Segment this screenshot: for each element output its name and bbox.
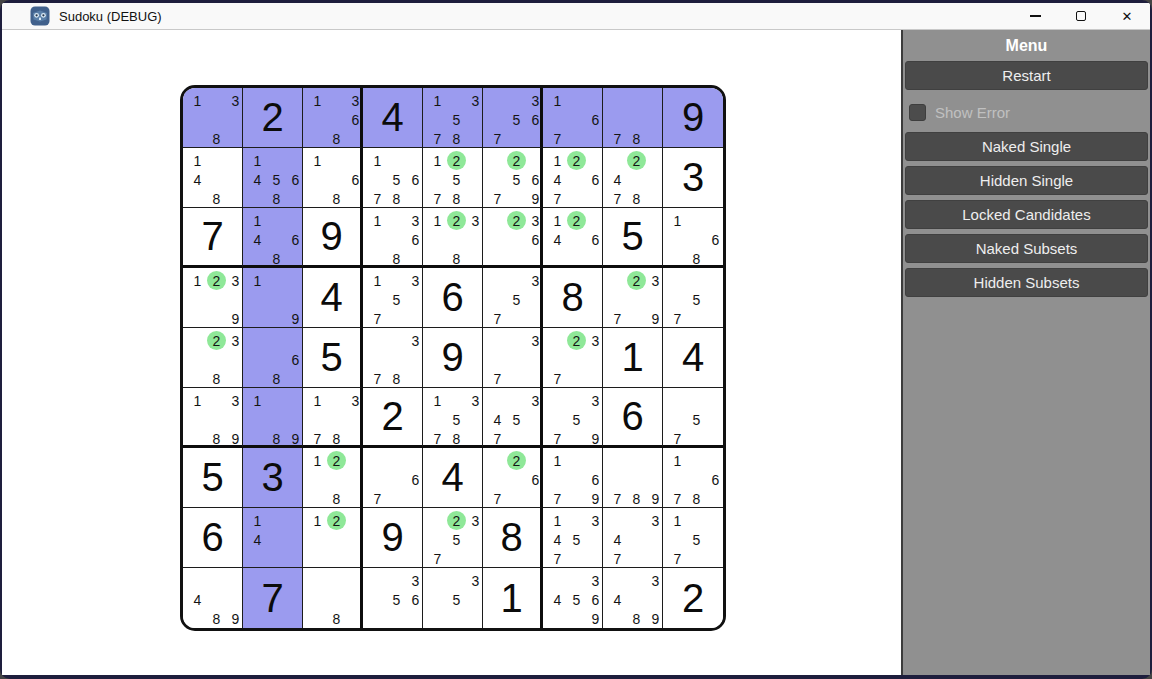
cell-r9c7[interactable]: 34569 [543, 568, 603, 628]
candidate-4: 4 [608, 530, 627, 549]
candidate-1: 1 [188, 391, 207, 410]
cell-r4c9[interactable]: 57 [663, 268, 723, 328]
cell-r7c5[interactable]: 4 [423, 448, 483, 508]
candidate-7 [248, 429, 267, 448]
cell-r5c6[interactable]: 37 [483, 328, 543, 388]
candidate-1: 1 [428, 211, 447, 230]
candidate-2 [327, 391, 346, 410]
candidate-5 [627, 590, 646, 609]
candidate-4 [608, 290, 627, 309]
cell-value: 4 [682, 337, 704, 377]
candidate-7: 7 [608, 309, 627, 328]
candidate-2 [567, 91, 586, 110]
cell-r1c2[interactable]: 2 [243, 88, 303, 148]
candidate-7 [188, 369, 207, 388]
candidate-7 [488, 249, 507, 268]
candidate-5 [327, 530, 346, 549]
cell-r2c4[interactable]: 15678 [363, 148, 423, 208]
cell-r6c8[interactable]: 6 [603, 388, 663, 448]
candidate-2: 2 [627, 271, 646, 290]
cell-r1c3[interactable]: 1368 [303, 88, 363, 148]
show-error-toggle[interactable]: Show Error [909, 99, 1150, 125]
cell-r4c5[interactable]: 6 [423, 268, 483, 328]
cell-r8c6[interactable]: 8 [483, 508, 543, 568]
candidate-7 [248, 549, 267, 568]
cell-r3c7[interactable]: 1246 [543, 208, 603, 268]
candidate-4: 4 [548, 170, 567, 189]
cell-r5c9[interactable]: 4 [663, 328, 723, 388]
godot-app-icon [30, 6, 50, 26]
candidate-3 [706, 391, 725, 410]
candidate-7 [368, 249, 387, 268]
candidate-4 [308, 410, 327, 429]
cell-r3c2[interactable]: 1468 [243, 208, 303, 268]
candidate-5 [267, 530, 286, 549]
candidate-5 [327, 590, 346, 609]
candidate-1: 1 [308, 451, 327, 470]
candidate-7: 7 [548, 489, 567, 508]
candidate-4: 4 [248, 230, 267, 249]
candidate-8: 8 [327, 129, 346, 148]
cell-r6c6[interactable]: 3457 [483, 388, 543, 448]
candidate-5 [387, 470, 406, 489]
candidate-2 [687, 211, 706, 230]
candidate-2: 2 [447, 151, 466, 170]
candidate-2 [687, 271, 706, 290]
cell-r1c5[interactable]: 13578 [423, 88, 483, 148]
candidate-4: 4 [248, 170, 267, 189]
naked-single-button[interactable]: Naked Single [905, 132, 1148, 161]
candidate-2 [387, 571, 406, 590]
cell-r1c9[interactable]: 9 [663, 88, 723, 148]
candidate-7 [248, 249, 267, 268]
cell-value: 1 [500, 578, 522, 618]
candidate-4 [488, 230, 507, 249]
candidate-8 [627, 549, 646, 568]
cell-r3c9[interactable]: 168 [663, 208, 723, 268]
candidate-5 [327, 110, 346, 129]
candidate-8: 8 [627, 129, 646, 148]
candidate-2 [387, 451, 406, 470]
candidate-1 [488, 151, 507, 170]
candidate-8: 8 [447, 189, 466, 208]
candidate-4 [608, 110, 627, 129]
candidate-5: 5 [387, 590, 406, 609]
candidate-1: 1 [248, 151, 267, 170]
candidate-8 [687, 429, 706, 448]
candidate-7: 7 [548, 549, 567, 568]
candidate-2 [327, 151, 346, 170]
candidate-1: 1 [188, 271, 207, 290]
candidate-8 [567, 129, 586, 148]
candidate-7: 7 [608, 489, 627, 508]
candidate-1: 1 [368, 151, 387, 170]
candidate-9 [706, 429, 725, 448]
candidate-7: 7 [368, 489, 387, 508]
cell-r1c8[interactable]: 78 [603, 88, 663, 148]
candidate-4 [428, 230, 447, 249]
candidate-2 [687, 451, 706, 470]
candidate-4 [428, 170, 447, 189]
candidate-1 [608, 511, 627, 530]
cell-r9c2[interactable]: 7 [243, 568, 303, 628]
candidate-2 [387, 211, 406, 230]
candidate-8: 8 [447, 429, 466, 448]
cell-r4c8[interactable]: 2379 [603, 268, 663, 328]
candidate-5: 5 [507, 410, 526, 429]
cell-r2c2[interactable]: 14568 [243, 148, 303, 208]
cell-r5c3[interactable]: 5 [303, 328, 363, 388]
candidate-8 [627, 309, 646, 328]
candidate-8: 8 [267, 249, 286, 268]
candidate-7: 7 [488, 489, 507, 508]
candidate-5: 5 [447, 590, 466, 609]
candidate-2 [627, 511, 646, 530]
candidate-8 [327, 549, 346, 568]
cell-r9c6[interactable]: 1 [483, 568, 543, 628]
candidate-5: 5 [447, 170, 466, 189]
candidate-8 [507, 489, 526, 508]
candidate-1: 1 [428, 151, 447, 170]
candidate-7: 7 [548, 369, 567, 388]
cell-r3c4[interactable]: 1368 [363, 208, 423, 268]
candidate-8 [507, 429, 526, 448]
cell-r2c3[interactable]: 168 [303, 148, 363, 208]
maximize-button[interactable] [1058, 3, 1104, 29]
candidate-1 [548, 391, 567, 410]
candidate-7: 7 [428, 549, 447, 568]
cell-r7c3[interactable]: 128 [303, 448, 363, 508]
candidate-1: 1 [248, 211, 267, 230]
cell-r9c8[interactable]: 3489 [603, 568, 663, 628]
candidate-7: 7 [428, 429, 447, 448]
candidate-7: 7 [668, 309, 687, 328]
cell-r9c5[interactable]: 35 [423, 568, 483, 628]
show-error-checkbox[interactable] [909, 104, 926, 121]
menu-title: Menu [903, 35, 1150, 57]
candidate-1 [608, 451, 627, 470]
candidate-4: 4 [608, 170, 627, 189]
candidate-3 [706, 211, 725, 230]
candidate-8 [507, 129, 526, 148]
candidate-1 [428, 511, 447, 530]
candidate-2 [207, 391, 226, 410]
candidate-8: 8 [267, 189, 286, 208]
cell-r2c7[interactable]: 12467 [543, 148, 603, 208]
candidate-1 [608, 271, 627, 290]
hidden-subsets-button[interactable]: Hidden Subsets [905, 268, 1148, 297]
candidate-2 [207, 151, 226, 170]
candidate-5: 5 [447, 110, 466, 129]
cell-r2c9[interactable]: 3 [663, 148, 723, 208]
cell-r8c2[interactable]: 14 [243, 508, 303, 568]
cell-value: 9 [320, 216, 342, 256]
candidate-1: 1 [548, 91, 567, 110]
candidate-4 [368, 170, 387, 189]
candidate-1 [548, 331, 567, 350]
candidate-8 [267, 549, 286, 568]
cell-value: 7 [201, 216, 223, 256]
candidate-7: 7 [488, 189, 507, 208]
cell-r5c8[interactable]: 1 [603, 328, 663, 388]
candidate-4 [188, 410, 207, 429]
close-button[interactable]: ✕ [1104, 3, 1150, 29]
candidate-4 [188, 110, 207, 129]
cell-r8c4[interactable]: 9 [363, 508, 423, 568]
candidate-5 [327, 410, 346, 429]
candidate-5 [627, 110, 646, 129]
candidate-6 [706, 290, 725, 309]
candidate-2: 2 [327, 511, 346, 530]
candidate-2 [267, 151, 286, 170]
cell-r5c1[interactable]: 238 [183, 328, 243, 388]
candidate-8 [507, 369, 526, 388]
candidate-4 [368, 230, 387, 249]
candidate-5 [627, 530, 646, 549]
candidate-8: 8 [327, 189, 346, 208]
candidate-8 [387, 609, 406, 628]
cell-value: 8 [500, 517, 522, 557]
cell-r3c3[interactable]: 9 [303, 208, 363, 268]
cell-r1c4[interactable]: 4 [363, 88, 423, 148]
candidate-1 [308, 571, 327, 590]
candidate-1 [608, 571, 627, 590]
candidate-5: 5 [447, 410, 466, 429]
cell-r7c4[interactable]: 67 [363, 448, 423, 508]
cell-r2c1[interactable]: 148 [183, 148, 243, 208]
candidate-1 [488, 211, 507, 230]
candidate-2 [207, 91, 226, 110]
candidate-8 [567, 489, 586, 508]
candidate-5 [387, 350, 406, 369]
candidate-8 [687, 309, 706, 328]
cell-r6c7[interactable]: 3579 [543, 388, 603, 448]
cell-r6c5[interactable]: 13578 [423, 388, 483, 448]
candidate-7: 7 [488, 429, 507, 448]
candidate-4 [368, 350, 387, 369]
cell-r3c6[interactable]: 236 [483, 208, 543, 268]
cell-r7c8[interactable]: 789 [603, 448, 663, 508]
cell-r3c8[interactable]: 5 [603, 208, 663, 268]
app-window: Sudoku (DEBUG) ✕ 13821368413578356716778… [0, 0, 1152, 679]
candidate-8 [567, 189, 586, 208]
candidate-7 [188, 429, 207, 448]
candidate-5 [207, 290, 226, 309]
candidate-8: 8 [627, 489, 646, 508]
candidate-8: 8 [207, 429, 226, 448]
close-icon: ✕ [1122, 10, 1133, 23]
hidden-single-button[interactable]: Hidden Single [905, 166, 1148, 195]
candidate-1: 1 [428, 391, 447, 410]
cell-r4c7[interactable]: 8 [543, 268, 603, 328]
candidate-7: 7 [488, 309, 507, 328]
candidate-1 [488, 391, 507, 410]
candidate-5 [207, 590, 226, 609]
candidate-5 [507, 230, 526, 249]
candidate-5 [627, 470, 646, 489]
cell-r4c2[interactable]: 19 [243, 268, 303, 328]
candidate-2 [267, 511, 286, 530]
candidate-1: 1 [428, 91, 447, 110]
cell-r4c3[interactable]: 4 [303, 268, 363, 328]
candidate-7: 7 [368, 309, 387, 328]
candidate-1: 1 [188, 91, 207, 110]
cell-r6c4[interactable]: 2 [363, 388, 423, 448]
candidate-8 [567, 429, 586, 448]
cell-r6c1[interactable]: 1389 [183, 388, 243, 448]
candidate-5 [567, 170, 586, 189]
cell-r1c6[interactable]: 3567 [483, 88, 543, 148]
candidate-2: 2 [567, 331, 586, 350]
candidate-1: 1 [548, 211, 567, 230]
candidate-3 [706, 271, 725, 290]
cell-value: 6 [201, 517, 223, 557]
candidate-4 [428, 110, 447, 129]
candidate-5: 5 [567, 530, 586, 549]
candidate-2: 2 [567, 211, 586, 230]
title-bar: Sudoku (DEBUG) ✕ [2, 3, 1150, 30]
candidate-2 [627, 571, 646, 590]
cell-r3c5[interactable]: 1238 [423, 208, 483, 268]
cell-r7c9[interactable]: 1678 [663, 448, 723, 508]
sudoku-board: 1382136841357835671677891481456816815678… [180, 85, 726, 631]
candidate-2: 2 [507, 151, 526, 170]
cell-r8c3[interactable]: 12 [303, 508, 363, 568]
cell-r8c8[interactable]: 347 [603, 508, 663, 568]
cell-r3c1[interactable]: 7 [183, 208, 243, 268]
candidate-2 [507, 391, 526, 410]
candidate-2 [267, 331, 286, 350]
candidate-4 [668, 470, 687, 489]
candidate-5: 5 [507, 290, 526, 309]
locked-candidates-button[interactable]: Locked Candidates [905, 200, 1148, 229]
cell-r1c7[interactable]: 167 [543, 88, 603, 148]
candidate-6 [706, 410, 725, 429]
candidate-6: 6 [706, 470, 725, 489]
cell-r7c6[interactable]: 267 [483, 448, 543, 508]
cell-r8c9[interactable]: 157 [663, 508, 723, 568]
cell-value: 6 [441, 277, 463, 317]
candidate-1 [368, 571, 387, 590]
cell-r5c4[interactable]: 378 [363, 328, 423, 388]
candidate-4 [368, 590, 387, 609]
naked-subsets-button[interactable]: Naked Subsets [905, 234, 1148, 263]
cell-value: 3 [261, 457, 283, 497]
candidate-1: 1 [308, 91, 327, 110]
cell-r6c9[interactable]: 57 [663, 388, 723, 448]
candidate-1 [608, 91, 627, 110]
cell-r8c5[interactable]: 2357 [423, 508, 483, 568]
cell-r8c1[interactable]: 6 [183, 508, 243, 568]
cell-r2c6[interactable]: 25679 [483, 148, 543, 208]
candidate-7: 7 [608, 549, 627, 568]
candidate-9 [706, 549, 725, 568]
candidate-8 [687, 549, 706, 568]
candidate-2 [687, 391, 706, 410]
cell-value: 5 [201, 457, 223, 497]
cell-r2c8[interactable]: 2478 [603, 148, 663, 208]
candidate-8 [507, 249, 526, 268]
cell-r5c7[interactable]: 237 [543, 328, 603, 388]
candidate-4 [488, 170, 507, 189]
candidate-4 [488, 350, 507, 369]
candidate-5 [267, 290, 286, 309]
candidate-5: 5 [387, 170, 406, 189]
cell-r5c5[interactable]: 9 [423, 328, 483, 388]
candidate-2 [267, 271, 286, 290]
candidate-8 [387, 309, 406, 328]
candidate-2 [687, 511, 706, 530]
window-title: Sudoku (DEBUG) [59, 9, 162, 24]
candidate-7: 7 [668, 549, 687, 568]
cell-r1c1[interactable]: 138 [183, 88, 243, 148]
candidate-4 [548, 350, 567, 369]
candidate-4 [368, 470, 387, 489]
cell-r9c3[interactable]: 8 [303, 568, 363, 628]
candidate-7 [608, 609, 627, 628]
cell-r2c5[interactable]: 12578 [423, 148, 483, 208]
cell-r4c1[interactable]: 1239 [183, 268, 243, 328]
cell-r4c6[interactable]: 357 [483, 268, 543, 328]
cell-r9c9[interactable]: 2 [663, 568, 723, 628]
cell-r5c2[interactable]: 68 [243, 328, 303, 388]
cell-r9c4[interactable]: 356 [363, 568, 423, 628]
candidate-2 [267, 391, 286, 410]
candidate-8 [567, 249, 586, 268]
candidate-5 [387, 230, 406, 249]
candidate-7: 7 [488, 129, 507, 148]
candidate-8 [507, 309, 526, 328]
candidate-5 [207, 350, 226, 369]
cell-value: 9 [381, 517, 403, 557]
cell-r9c1[interactable]: 489 [183, 568, 243, 628]
candidate-2: 2 [447, 211, 466, 230]
candidate-4 [188, 290, 207, 309]
cell-r7c7[interactable]: 1679 [543, 448, 603, 508]
candidate-5 [207, 170, 226, 189]
candidate-3 [706, 451, 725, 470]
cell-value: 4 [320, 277, 342, 317]
cell-r8c7[interactable]: 13457 [543, 508, 603, 568]
candidate-1: 1 [668, 451, 687, 470]
candidate-2: 2 [507, 211, 526, 230]
candidate-7 [308, 549, 327, 568]
candidate-9 [706, 309, 725, 328]
candidate-7 [428, 609, 447, 628]
cell-value: 4 [441, 457, 463, 497]
candidate-4: 4 [248, 530, 267, 549]
cell-r7c1[interactable]: 5 [183, 448, 243, 508]
cell-r7c2[interactable]: 3 [243, 448, 303, 508]
candidate-2 [567, 391, 586, 410]
cell-value: 2 [261, 97, 283, 137]
candidate-5: 5 [387, 290, 406, 309]
candidate-5 [267, 230, 286, 249]
candidate-2 [507, 271, 526, 290]
minimize-button[interactable] [1012, 3, 1058, 29]
candidate-1: 1 [548, 151, 567, 170]
cell-r4c4[interactable]: 1357 [363, 268, 423, 328]
candidate-8: 8 [267, 429, 286, 448]
restart-button[interactable]: Restart [905, 61, 1148, 90]
candidate-4 [428, 590, 447, 609]
candidate-4 [248, 410, 267, 429]
candidate-5: 5 [687, 410, 706, 429]
cell-r6c2[interactable]: 189 [243, 388, 303, 448]
cell-r6c3[interactable]: 1378 [303, 388, 363, 448]
candidate-7 [548, 249, 567, 268]
candidate-5 [567, 350, 586, 369]
